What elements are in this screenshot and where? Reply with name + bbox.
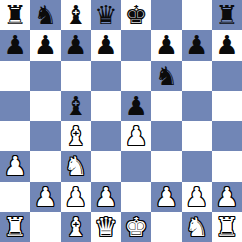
square-a1[interactable]: ♜ — [0, 212, 30, 242]
piece-white-pawn[interactable]: ♟ — [3, 151, 26, 181]
piece-white-bishop[interactable]: ♝ — [64, 212, 87, 242]
square-c6[interactable] — [61, 61, 91, 91]
square-d8[interactable]: ♛ — [91, 0, 121, 30]
piece-black-pawn[interactable]: ♟ — [155, 30, 178, 60]
square-g4[interactable] — [182, 121, 212, 151]
square-g8[interactable] — [182, 0, 212, 30]
square-b5[interactable] — [30, 91, 60, 121]
square-a3[interactable]: ♟ — [0, 151, 30, 181]
piece-white-pawn[interactable]: ♟ — [185, 182, 208, 212]
piece-black-knight[interactable]: ♞ — [155, 61, 178, 91]
square-d6[interactable] — [91, 61, 121, 91]
square-a6[interactable] — [0, 61, 30, 91]
square-h1[interactable]: ♜ — [212, 212, 242, 242]
square-g7[interactable]: ♟ — [182, 30, 212, 60]
square-a5[interactable] — [0, 91, 30, 121]
square-e6[interactable] — [121, 61, 151, 91]
piece-white-bishop[interactable]: ♝ — [64, 121, 87, 151]
square-h8[interactable]: ♜ — [212, 0, 242, 30]
piece-white-pawn[interactable]: ♟ — [34, 182, 57, 212]
piece-black-pawn[interactable]: ♟ — [124, 91, 147, 121]
square-f7[interactable]: ♟ — [151, 30, 181, 60]
square-d2[interactable]: ♟ — [91, 182, 121, 212]
square-g6[interactable] — [182, 61, 212, 91]
square-c1[interactable]: ♝ — [61, 212, 91, 242]
square-e4[interactable]: ♟ — [121, 121, 151, 151]
square-h7[interactable]: ♟ — [212, 30, 242, 60]
square-f3[interactable] — [151, 151, 181, 181]
square-e2[interactable] — [121, 182, 151, 212]
square-e1[interactable]: ♚ — [121, 212, 151, 242]
square-g1[interactable]: ♞ — [182, 212, 212, 242]
square-e8[interactable]: ♚ — [121, 0, 151, 30]
square-d1[interactable]: ♛ — [91, 212, 121, 242]
square-e3[interactable] — [121, 151, 151, 181]
square-h5[interactable] — [212, 91, 242, 121]
square-a8[interactable]: ♜ — [0, 0, 30, 30]
square-c8[interactable]: ♝ — [61, 0, 91, 30]
square-b3[interactable] — [30, 151, 60, 181]
square-f8[interactable] — [151, 0, 181, 30]
square-g2[interactable]: ♟ — [182, 182, 212, 212]
square-f1[interactable] — [151, 212, 181, 242]
square-b8[interactable]: ♞ — [30, 0, 60, 30]
square-b4[interactable] — [30, 121, 60, 151]
piece-black-knight[interactable]: ♞ — [34, 0, 57, 30]
piece-black-pawn[interactable]: ♟ — [94, 30, 117, 60]
piece-white-pawn[interactable]: ♟ — [215, 182, 238, 212]
piece-white-knight[interactable]: ♞ — [64, 151, 87, 181]
piece-white-rook[interactable]: ♜ — [215, 212, 238, 242]
piece-black-queen[interactable]: ♛ — [94, 0, 117, 30]
square-c3[interactable]: ♞ — [61, 151, 91, 181]
square-h6[interactable] — [212, 61, 242, 91]
square-b6[interactable] — [30, 61, 60, 91]
square-a2[interactable] — [0, 182, 30, 212]
chess-board: ♜♞♝♛♚♜♟♟♟♟♟♟♟♞♝♟♝♟♟♞♟♟♟♟♟♟♜♝♛♚♞♜ — [0, 0, 242, 242]
square-h3[interactable] — [212, 151, 242, 181]
square-b1[interactable] — [30, 212, 60, 242]
piece-black-bishop[interactable]: ♝ — [64, 0, 87, 30]
square-g3[interactable] — [182, 151, 212, 181]
piece-black-pawn[interactable]: ♟ — [185, 30, 208, 60]
square-d3[interactable] — [91, 151, 121, 181]
piece-black-king[interactable]: ♚ — [124, 0, 147, 30]
square-c7[interactable]: ♟ — [61, 30, 91, 60]
piece-white-pawn[interactable]: ♟ — [155, 182, 178, 212]
square-f5[interactable] — [151, 91, 181, 121]
square-f6[interactable]: ♞ — [151, 61, 181, 91]
square-a7[interactable]: ♟ — [0, 30, 30, 60]
piece-white-pawn[interactable]: ♟ — [94, 182, 117, 212]
square-c2[interactable]: ♟ — [61, 182, 91, 212]
square-d7[interactable]: ♟ — [91, 30, 121, 60]
piece-black-pawn[interactable]: ♟ — [64, 30, 87, 60]
square-d5[interactable] — [91, 91, 121, 121]
square-g5[interactable] — [182, 91, 212, 121]
piece-black-pawn[interactable]: ♟ — [215, 30, 238, 60]
piece-white-pawn[interactable]: ♟ — [124, 121, 147, 151]
piece-black-pawn[interactable]: ♟ — [3, 30, 26, 60]
piece-black-rook[interactable]: ♜ — [3, 0, 26, 30]
square-b2[interactable]: ♟ — [30, 182, 60, 212]
square-c4[interactable]: ♝ — [61, 121, 91, 151]
piece-white-rook[interactable]: ♜ — [3, 212, 26, 242]
square-e7[interactable] — [121, 30, 151, 60]
piece-black-bishop[interactable]: ♝ — [64, 91, 87, 121]
piece-white-queen[interactable]: ♛ — [94, 212, 117, 242]
square-f4[interactable] — [151, 121, 181, 151]
piece-black-rook[interactable]: ♜ — [215, 0, 238, 30]
square-a4[interactable] — [0, 121, 30, 151]
square-e5[interactable]: ♟ — [121, 91, 151, 121]
square-h2[interactable]: ♟ — [212, 182, 242, 212]
square-h4[interactable] — [212, 121, 242, 151]
piece-white-king[interactable]: ♚ — [124, 212, 147, 242]
square-c5[interactable]: ♝ — [61, 91, 91, 121]
square-f2[interactable]: ♟ — [151, 182, 181, 212]
piece-black-pawn[interactable]: ♟ — [34, 30, 57, 60]
square-b7[interactable]: ♟ — [30, 30, 60, 60]
piece-white-pawn[interactable]: ♟ — [64, 182, 87, 212]
piece-white-knight[interactable]: ♞ — [185, 212, 208, 242]
square-d4[interactable] — [91, 121, 121, 151]
